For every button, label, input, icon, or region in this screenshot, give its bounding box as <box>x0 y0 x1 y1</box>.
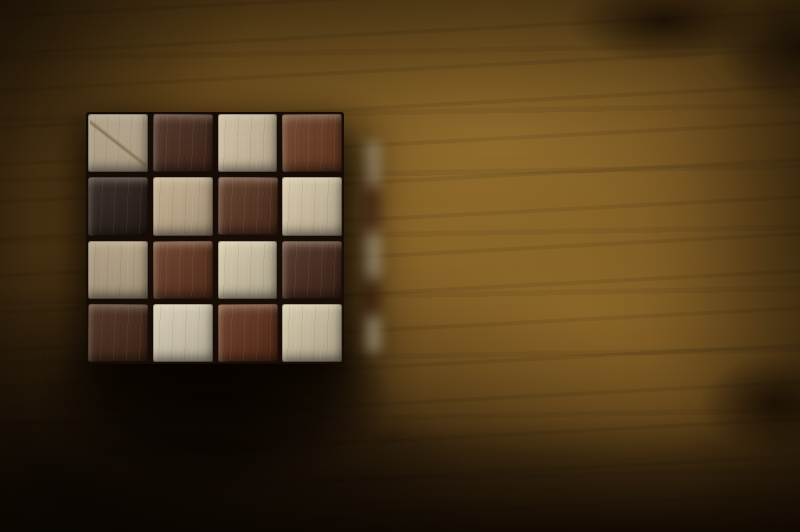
photo-scene <box>0 0 800 532</box>
photo-vignette <box>0 0 800 532</box>
